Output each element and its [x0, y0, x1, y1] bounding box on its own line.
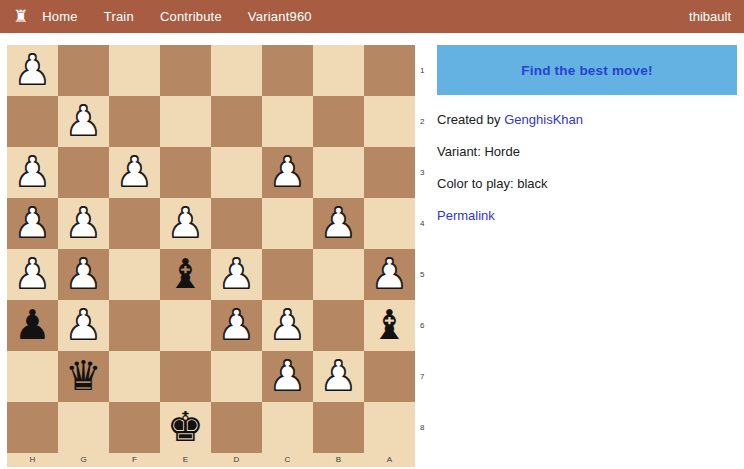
piece-white-pawn-h5[interactable]: ♟ — [7, 249, 58, 300]
piece-white-pawn-c3[interactable]: ♟ — [262, 147, 313, 198]
file-coordinates: HGFEDCBA — [7, 453, 415, 467]
rank-label-5: 5 — [420, 249, 424, 300]
square-f5[interactable] — [109, 249, 160, 300]
square-c2[interactable] — [262, 96, 313, 147]
square-b2[interactable] — [313, 96, 364, 147]
piece-black-bishop-e5[interactable]: ♝ — [160, 249, 211, 300]
creator-link[interactable]: GenghisKhan — [504, 112, 583, 127]
navbar: ♜ Home Train Contribute Variant960 thiba… — [0, 0, 744, 33]
square-a6[interactable]: ♝ — [364, 300, 415, 351]
rank-label-4: 4 — [420, 198, 424, 249]
variant-line: Variant: Horde — [437, 144, 737, 159]
prompt-text: Find the best move! — [521, 63, 652, 78]
square-c4[interactable] — [262, 198, 313, 249]
square-f1[interactable] — [109, 45, 160, 96]
user-menu[interactable]: thibault — [689, 9, 731, 24]
rank-label-7: 7 — [420, 351, 424, 402]
square-g5[interactable]: ♟ — [58, 249, 109, 300]
piece-white-pawn-e4[interactable]: ♟ — [160, 198, 211, 249]
square-f6[interactable] — [109, 300, 160, 351]
rank-label-6: 6 — [420, 300, 424, 351]
square-h7[interactable] — [7, 351, 58, 402]
rank-label-3: 3 — [420, 147, 424, 198]
created-by-label: Created by — [437, 112, 501, 127]
square-a1[interactable] — [364, 45, 415, 96]
piece-white-pawn-g6[interactable]: ♟ — [58, 300, 109, 351]
square-g7[interactable]: ♛ — [58, 351, 109, 402]
piece-white-pawn-g2[interactable]: ♟ — [58, 96, 109, 147]
piece-black-bishop-a6[interactable]: ♝ — [364, 300, 415, 351]
square-d6[interactable]: ♟ — [211, 300, 262, 351]
square-e8[interactable]: ♚ — [160, 402, 211, 453]
square-e7[interactable] — [160, 351, 211, 402]
file-label-a: A — [364, 453, 415, 467]
square-d2[interactable] — [211, 96, 262, 147]
color-to-play-line: Color to play: black — [437, 176, 737, 191]
created-by-line: Created by GenghisKhan — [437, 112, 737, 127]
file-label-h: H — [7, 453, 58, 467]
board-area: ♟♟♟♟♟♟♟♟♟♟♟♝♟♟♟♟♟♟♝♛♟♟♚ HGFEDCBA 1234567… — [7, 45, 415, 467]
piece-white-pawn-a5[interactable]: ♟ — [364, 249, 415, 300]
piece-white-pawn-d5[interactable]: ♟ — [211, 249, 262, 300]
square-e5[interactable]: ♝ — [160, 249, 211, 300]
square-f7[interactable] — [109, 351, 160, 402]
square-d3[interactable] — [211, 147, 262, 198]
rank-label-1: 1 — [420, 45, 424, 96]
rank-coordinates: 12345678 — [420, 45, 424, 453]
square-b5[interactable] — [313, 249, 364, 300]
file-label-d: D — [211, 453, 262, 467]
piece-white-pawn-f3[interactable]: ♟ — [109, 147, 160, 198]
square-b1[interactable] — [313, 45, 364, 96]
piece-black-king-e8[interactable]: ♚ — [160, 402, 211, 453]
square-g3[interactable] — [58, 147, 109, 198]
piece-black-queen-g7[interactable]: ♛ — [58, 351, 109, 402]
square-b4[interactable]: ♟ — [313, 198, 364, 249]
nav-item-variant960[interactable]: Variant960 — [248, 9, 312, 24]
puzzle-panel: Find the best move! Created by GenghisKh… — [437, 45, 737, 223]
square-g1[interactable] — [58, 45, 109, 96]
rook-logo-icon[interactable]: ♜ — [13, 8, 28, 25]
square-b8[interactable] — [313, 402, 364, 453]
permalink-link[interactable]: Permalink — [437, 208, 495, 223]
piece-black-pawn-h6[interactable]: ♟ — [7, 300, 58, 351]
piece-white-pawn-g4[interactable]: ♟ — [58, 198, 109, 249]
prompt-banner: Find the best move! — [437, 45, 737, 95]
piece-white-pawn-c6[interactable]: ♟ — [262, 300, 313, 351]
square-d1[interactable] — [211, 45, 262, 96]
square-h4[interactable]: ♟ — [7, 198, 58, 249]
nav-item-home[interactable]: Home — [42, 9, 77, 24]
piece-white-pawn-b4[interactable]: ♟ — [313, 198, 364, 249]
square-g8[interactable] — [58, 402, 109, 453]
piece-white-pawn-h4[interactable]: ♟ — [7, 198, 58, 249]
file-label-f: F — [109, 453, 160, 467]
nav-item-train[interactable]: Train — [104, 9, 134, 24]
file-label-e: E — [160, 453, 211, 467]
square-a7[interactable] — [364, 351, 415, 402]
piece-white-pawn-c7[interactable]: ♟ — [262, 351, 313, 402]
square-g6[interactable]: ♟ — [58, 300, 109, 351]
square-d7[interactable] — [211, 351, 262, 402]
piece-white-pawn-b7[interactable]: ♟ — [313, 351, 364, 402]
square-h2[interactable] — [7, 96, 58, 147]
piece-white-pawn-g5[interactable]: ♟ — [58, 249, 109, 300]
square-d4[interactable] — [211, 198, 262, 249]
square-e4[interactable]: ♟ — [160, 198, 211, 249]
square-e1[interactable] — [160, 45, 211, 96]
square-f8[interactable] — [109, 402, 160, 453]
square-a5[interactable]: ♟ — [364, 249, 415, 300]
piece-white-pawn-h3[interactable]: ♟ — [7, 147, 58, 198]
square-g2[interactable]: ♟ — [58, 96, 109, 147]
square-f2[interactable] — [109, 96, 160, 147]
nav-item-contribute[interactable]: Contribute — [160, 9, 222, 24]
square-f4[interactable] — [109, 198, 160, 249]
piece-white-pawn-h1[interactable]: ♟ — [7, 45, 58, 96]
square-b6[interactable] — [313, 300, 364, 351]
square-c3[interactable]: ♟ — [262, 147, 313, 198]
square-c5[interactable] — [262, 249, 313, 300]
square-h6[interactable]: ♟ — [7, 300, 58, 351]
square-h1[interactable]: ♟ — [7, 45, 58, 96]
file-label-c: C — [262, 453, 313, 467]
file-label-g: G — [58, 453, 109, 467]
square-b3[interactable] — [313, 147, 364, 198]
square-h8[interactable] — [7, 402, 58, 453]
square-c7[interactable]: ♟ — [262, 351, 313, 402]
square-f3[interactable]: ♟ — [109, 147, 160, 198]
square-h3[interactable]: ♟ — [7, 147, 58, 198]
square-g4[interactable]: ♟ — [58, 198, 109, 249]
square-h5[interactable]: ♟ — [7, 249, 58, 300]
chess-board[interactable]: ♟♟♟♟♟♟♟♟♟♟♟♝♟♟♟♟♟♟♝♛♟♟♚ — [7, 45, 415, 453]
square-e3[interactable] — [160, 147, 211, 198]
rank-label-2: 2 — [420, 96, 424, 147]
square-a8[interactable] — [364, 402, 415, 453]
square-c6[interactable]: ♟ — [262, 300, 313, 351]
square-c8[interactable] — [262, 402, 313, 453]
square-e6[interactable] — [160, 300, 211, 351]
piece-white-pawn-d6[interactable]: ♟ — [211, 300, 262, 351]
square-d5[interactable]: ♟ — [211, 249, 262, 300]
square-a4[interactable] — [364, 198, 415, 249]
file-label-b: B — [313, 453, 364, 467]
square-d8[interactable] — [211, 402, 262, 453]
square-a2[interactable] — [364, 96, 415, 147]
square-e2[interactable] — [160, 96, 211, 147]
square-b7[interactable]: ♟ — [313, 351, 364, 402]
rank-label-8: 8 — [420, 402, 424, 453]
square-c1[interactable] — [262, 45, 313, 96]
square-a3[interactable] — [364, 147, 415, 198]
